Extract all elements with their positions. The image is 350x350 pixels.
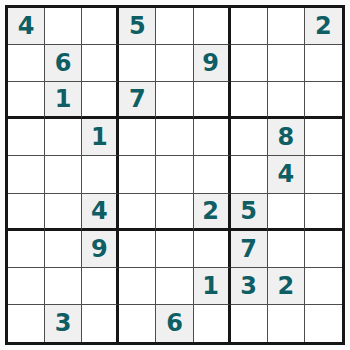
sudoku-cell-r1c8[interactable] — [268, 8, 305, 45]
sudoku-cell-r4c7[interactable] — [231, 119, 268, 156]
sudoku-cell-r3c5[interactable] — [156, 82, 193, 119]
sudoku-cell-r5c9[interactable] — [305, 156, 342, 193]
sudoku-cell-r1c3[interactable] — [82, 8, 119, 45]
sudoku-cell-r4c2[interactable] — [45, 119, 82, 156]
sudoku-cell-r3c6[interactable] — [194, 82, 231, 119]
sudoku-cell-r5c3[interactable] — [82, 156, 119, 193]
sudoku-cell-r3c1[interactable] — [8, 82, 45, 119]
sudoku-cell-r9c7[interactable] — [231, 305, 268, 342]
sudoku-cell-r7c2[interactable] — [45, 231, 82, 268]
sudoku-cell-r9c1[interactable] — [8, 305, 45, 342]
sudoku-cell-r2c8[interactable] — [268, 45, 305, 82]
sudoku-cell-r8c5[interactable] — [156, 268, 193, 305]
sudoku-cell-r9c6[interactable] — [194, 305, 231, 342]
sudoku-cell-r6c3: 4 — [82, 194, 119, 231]
sudoku-cell-r1c2[interactable] — [45, 8, 82, 45]
sudoku-cell-r7c5[interactable] — [156, 231, 193, 268]
sudoku-cell-r5c1[interactable] — [8, 156, 45, 193]
sudoku-cell-r7c8[interactable] — [268, 231, 305, 268]
sudoku-cell-r5c7[interactable] — [231, 156, 268, 193]
sudoku-cell-r6c5[interactable] — [156, 194, 193, 231]
sudoku-cell-r2c7[interactable] — [231, 45, 268, 82]
sudoku-cell-r7c4[interactable] — [119, 231, 156, 268]
sudoku-cell-r9c9[interactable] — [305, 305, 342, 342]
sudoku-cell-r8c8: 2 — [268, 268, 305, 305]
sudoku-cell-r4c1[interactable] — [8, 119, 45, 156]
sudoku-cell-r5c5[interactable] — [156, 156, 193, 193]
sudoku-cell-r9c8[interactable] — [268, 305, 305, 342]
sudoku-cell-r6c4[interactable] — [119, 194, 156, 231]
sudoku-cell-r6c7: 5 — [231, 194, 268, 231]
sudoku-cell-r1c1: 4 — [8, 8, 45, 45]
sudoku-cell-r6c1[interactable] — [8, 194, 45, 231]
sudoku-cell-r1c5[interactable] — [156, 8, 193, 45]
sudoku-cell-r2c4[interactable] — [119, 45, 156, 82]
sudoku-cell-r9c2: 3 — [45, 305, 82, 342]
sudoku-cell-r2c5[interactable] — [156, 45, 193, 82]
sudoku-cell-r1c6[interactable] — [194, 8, 231, 45]
sudoku-cell-r1c7[interactable] — [231, 8, 268, 45]
sudoku-cell-r6c8[interactable] — [268, 194, 305, 231]
sudoku-cell-r8c1[interactable] — [8, 268, 45, 305]
sudoku-cell-r6c2[interactable] — [45, 194, 82, 231]
sudoku-cell-r2c6: 9 — [194, 45, 231, 82]
sudoku-cell-r9c4[interactable] — [119, 305, 156, 342]
sudoku-cell-r8c6: 1 — [194, 268, 231, 305]
sudoku-cell-r2c9[interactable] — [305, 45, 342, 82]
sudoku-cell-r5c4[interactable] — [119, 156, 156, 193]
sudoku-cell-r8c9[interactable] — [305, 268, 342, 305]
sudoku-cell-r9c5: 6 — [156, 305, 193, 342]
sudoku-cell-r3c7[interactable] — [231, 82, 268, 119]
sudoku-cell-r7c3: 9 — [82, 231, 119, 268]
sudoku-cell-r5c8: 4 — [268, 156, 305, 193]
sudoku-cell-r6c9[interactable] — [305, 194, 342, 231]
sudoku-cell-r6c6: 2 — [194, 194, 231, 231]
sudoku-cell-r7c6[interactable] — [194, 231, 231, 268]
sudoku-page: 45269171844259713236 — [0, 0, 350, 350]
sudoku-cell-r4c6[interactable] — [194, 119, 231, 156]
sudoku-cell-r2c3[interactable] — [82, 45, 119, 82]
sudoku-cell-r8c4[interactable] — [119, 268, 156, 305]
sudoku-cell-r8c3[interactable] — [82, 268, 119, 305]
sudoku-cell-r7c1[interactable] — [8, 231, 45, 268]
sudoku-cell-r7c9[interactable] — [305, 231, 342, 268]
sudoku-cell-r8c2[interactable] — [45, 268, 82, 305]
sudoku-cell-r3c2: 1 — [45, 82, 82, 119]
sudoku-cell-r1c4: 5 — [119, 8, 156, 45]
sudoku-cell-r2c1[interactable] — [8, 45, 45, 82]
sudoku-cell-r3c9[interactable] — [305, 82, 342, 119]
sudoku-cell-r2c2: 6 — [45, 45, 82, 82]
sudoku-cell-r1c9: 2 — [305, 8, 342, 45]
sudoku-cell-r3c3[interactable] — [82, 82, 119, 119]
sudoku-cell-r7c7: 7 — [231, 231, 268, 268]
sudoku-cell-r4c5[interactable] — [156, 119, 193, 156]
sudoku-cell-r3c8[interactable] — [268, 82, 305, 119]
sudoku-board: 45269171844259713236 — [5, 5, 345, 345]
sudoku-cell-r9c3[interactable] — [82, 305, 119, 342]
sudoku-cell-r4c8: 8 — [268, 119, 305, 156]
sudoku-cell-r4c4[interactable] — [119, 119, 156, 156]
sudoku-cell-r4c3: 1 — [82, 119, 119, 156]
sudoku-cell-r3c4: 7 — [119, 82, 156, 119]
sudoku-cell-r8c7: 3 — [231, 268, 268, 305]
sudoku-cell-r5c2[interactable] — [45, 156, 82, 193]
sudoku-cell-r5c6[interactable] — [194, 156, 231, 193]
sudoku-cell-r4c9[interactable] — [305, 119, 342, 156]
